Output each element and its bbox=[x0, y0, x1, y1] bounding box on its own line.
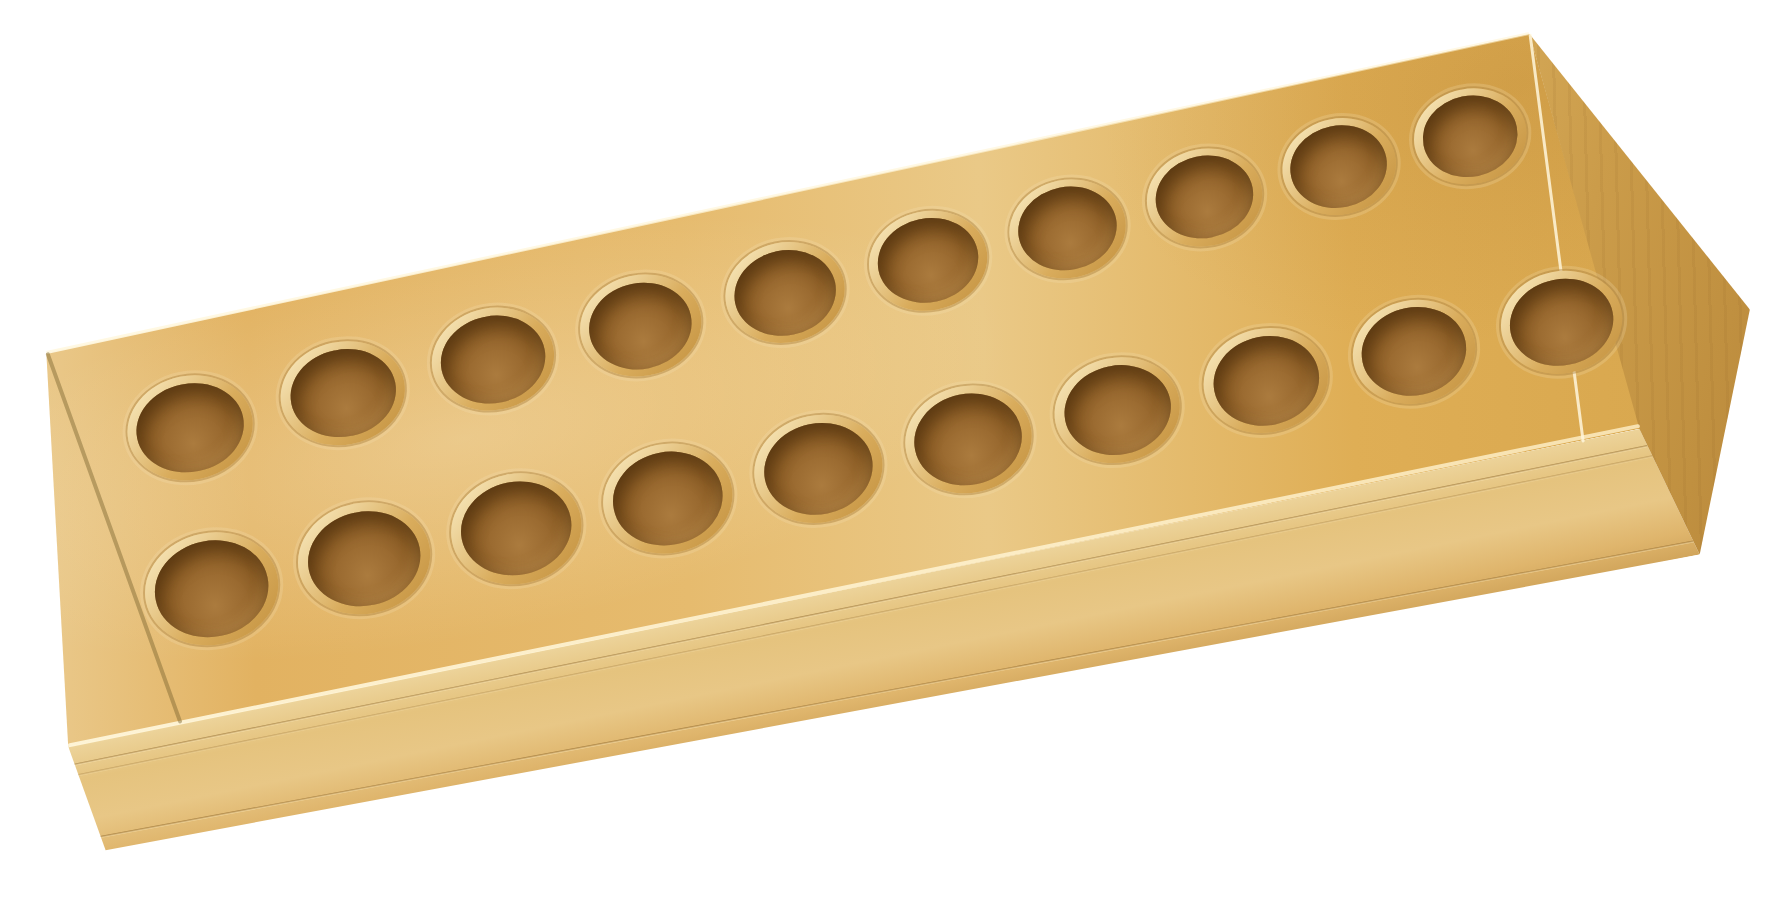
product-photo-white-background bbox=[0, 0, 1792, 902]
